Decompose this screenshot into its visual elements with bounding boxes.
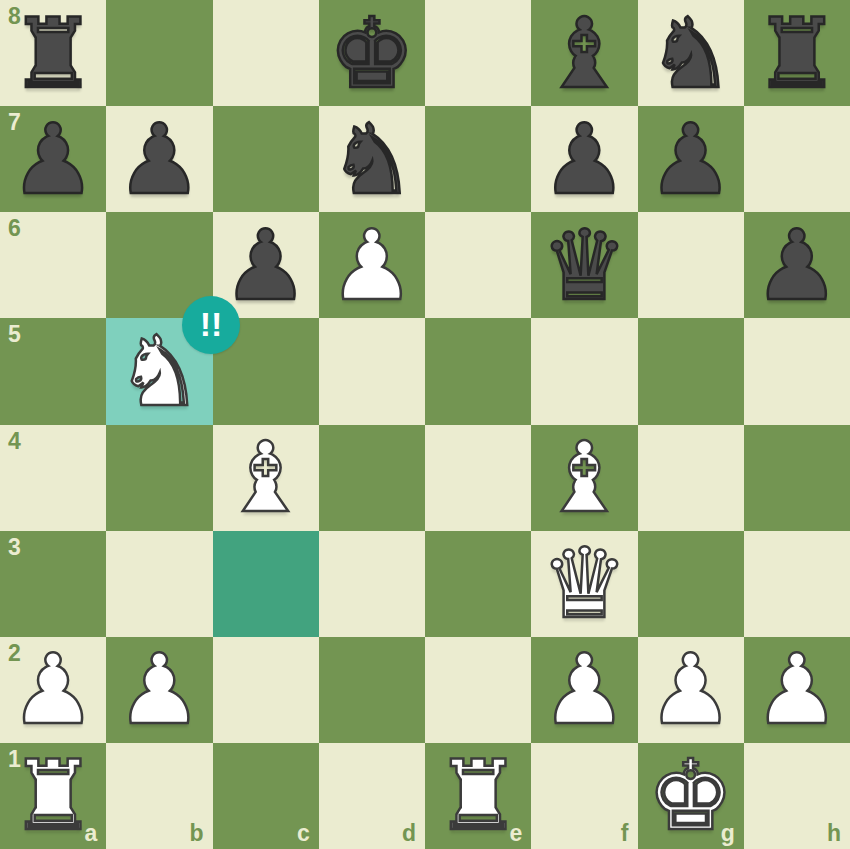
file-label-e: e	[509, 822, 522, 845]
square-f1[interactable]: f	[531, 743, 637, 849]
piece-black-pawn[interactable]: ♟	[638, 106, 744, 212]
square-a3[interactable]: 3	[0, 531, 106, 637]
piece-black-pawn[interactable]: ♟	[531, 106, 637, 212]
square-a1[interactable]: 1a♜	[0, 743, 106, 849]
square-c7[interactable]	[213, 106, 319, 212]
square-d5[interactable]	[319, 318, 425, 424]
piece-white-queen[interactable]: ♛	[531, 531, 637, 637]
brilliant-move-badge-text: !!	[200, 307, 223, 341]
square-d6[interactable]: ♟	[319, 212, 425, 318]
piece-black-knight[interactable]: ♞	[638, 0, 744, 106]
square-f4[interactable]: ♝	[531, 425, 637, 531]
square-e2[interactable]	[425, 637, 531, 743]
square-h5[interactable]	[744, 318, 850, 424]
rank-label-1: 1	[8, 748, 21, 771]
square-b4[interactable]	[106, 425, 212, 531]
piece-black-rook[interactable]: ♜	[744, 0, 850, 106]
square-f2[interactable]: ♟	[531, 637, 637, 743]
square-f6[interactable]: ♛	[531, 212, 637, 318]
rank-label-6: 6	[8, 217, 21, 240]
piece-white-bishop[interactable]: ♝	[213, 425, 319, 531]
file-label-g: g	[721, 822, 735, 845]
piece-white-pawn[interactable]: ♟	[638, 637, 744, 743]
square-e5[interactable]	[425, 318, 531, 424]
piece-black-king[interactable]: ♚	[319, 0, 425, 106]
square-d1[interactable]: d	[319, 743, 425, 849]
square-g5[interactable]	[638, 318, 744, 424]
square-h8[interactable]: ♜	[744, 0, 850, 106]
piece-black-queen[interactable]: ♛	[531, 212, 637, 318]
piece-black-bishop[interactable]: ♝	[531, 0, 637, 106]
square-f7[interactable]: ♟	[531, 106, 637, 212]
square-f8[interactable]: ♝	[531, 0, 637, 106]
file-label-c: c	[297, 822, 310, 845]
piece-white-pawn[interactable]: ♟	[319, 212, 425, 318]
piece-white-pawn[interactable]: ♟	[531, 637, 637, 743]
square-f5[interactable]	[531, 318, 637, 424]
piece-black-knight[interactable]: ♞	[319, 106, 425, 212]
square-h4[interactable]	[744, 425, 850, 531]
file-label-b: b	[189, 822, 203, 845]
square-g8[interactable]: ♞	[638, 0, 744, 106]
square-g7[interactable]: ♟	[638, 106, 744, 212]
square-g4[interactable]	[638, 425, 744, 531]
square-e8[interactable]	[425, 0, 531, 106]
chess-board: 8♜♚♝♞♜7♟♟♞♟♟6♟♟♛♟5♞4♝♝3♛2♟♟♟♟♟1a♜bcde♜fg…	[0, 0, 850, 849]
file-label-f: f	[621, 822, 629, 845]
square-b2[interactable]: ♟	[106, 637, 212, 743]
square-h3[interactable]	[744, 531, 850, 637]
square-e1[interactable]: e♜	[425, 743, 531, 849]
rank-label-5: 5	[8, 323, 21, 346]
board-container: 8♜♚♝♞♜7♟♟♞♟♟6♟♟♛♟5♞4♝♝3♛2♟♟♟♟♟1a♜bcde♜fg…	[0, 0, 850, 849]
file-label-h: h	[827, 822, 841, 845]
square-c2[interactable]	[213, 637, 319, 743]
square-d3[interactable]	[319, 531, 425, 637]
square-h2[interactable]: ♟	[744, 637, 850, 743]
piece-black-pawn[interactable]: ♟	[106, 106, 212, 212]
square-c4[interactable]: ♝	[213, 425, 319, 531]
file-label-d: d	[402, 822, 416, 845]
piece-white-pawn[interactable]: ♟	[744, 637, 850, 743]
rank-label-2: 2	[8, 642, 21, 665]
rank-label-4: 4	[8, 430, 21, 453]
brilliant-move-badge-icon: !!	[182, 296, 240, 354]
square-b1[interactable]: b	[106, 743, 212, 849]
square-e4[interactable]	[425, 425, 531, 531]
file-label-a: a	[84, 822, 97, 845]
square-a8[interactable]: 8♜	[0, 0, 106, 106]
square-e3[interactable]	[425, 531, 531, 637]
square-e7[interactable]	[425, 106, 531, 212]
square-g1[interactable]: g♚	[638, 743, 744, 849]
square-b3[interactable]	[106, 531, 212, 637]
square-d2[interactable]	[319, 637, 425, 743]
square-d4[interactable]	[319, 425, 425, 531]
square-b8[interactable]	[106, 0, 212, 106]
square-a4[interactable]: 4	[0, 425, 106, 531]
rank-label-3: 3	[8, 536, 21, 559]
square-a6[interactable]: 6	[0, 212, 106, 318]
square-h1[interactable]: h	[744, 743, 850, 849]
piece-white-pawn[interactable]: ♟	[106, 637, 212, 743]
square-f3[interactable]: ♛	[531, 531, 637, 637]
square-c1[interactable]: c	[213, 743, 319, 849]
square-g6[interactable]	[638, 212, 744, 318]
square-h6[interactable]: ♟	[744, 212, 850, 318]
piece-white-bishop[interactable]: ♝	[531, 425, 637, 531]
square-a2[interactable]: 2♟	[0, 637, 106, 743]
square-g3[interactable]	[638, 531, 744, 637]
square-g2[interactable]: ♟	[638, 637, 744, 743]
square-a7[interactable]: 7♟	[0, 106, 106, 212]
square-d8[interactable]: ♚	[319, 0, 425, 106]
square-c3[interactable]	[213, 531, 319, 637]
square-e6[interactable]	[425, 212, 531, 318]
rank-label-8: 8	[8, 5, 21, 28]
square-a5[interactable]: 5	[0, 318, 106, 424]
square-c8[interactable]	[213, 0, 319, 106]
square-h7[interactable]	[744, 106, 850, 212]
piece-black-pawn[interactable]: ♟	[744, 212, 850, 318]
square-d7[interactable]: ♞	[319, 106, 425, 212]
rank-label-7: 7	[8, 111, 21, 134]
square-b7[interactable]: ♟	[106, 106, 212, 212]
